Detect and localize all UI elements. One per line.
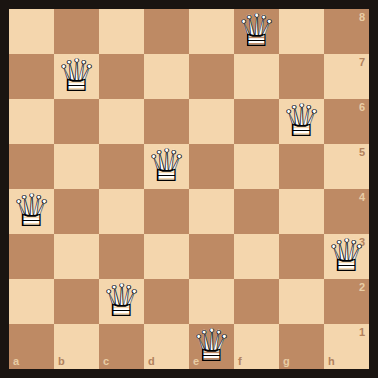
board-frame: ♛♕8♛♕7♛♕6♛♕5♛♕43♛♕♛♕2abcde♛♕fg1h bbox=[0, 0, 378, 378]
square-g1[interactable]: g bbox=[279, 324, 324, 369]
white-queen-outline-glyph: ♕ bbox=[236, 8, 276, 53]
file-label-d: d bbox=[148, 356, 155, 367]
white-queen-d5[interactable]: ♛♕ bbox=[144, 144, 189, 189]
square-c3[interactable] bbox=[99, 234, 144, 279]
square-h1[interactable]: 1h bbox=[324, 324, 369, 369]
square-h3[interactable]: 3♛♕ bbox=[324, 234, 369, 279]
square-c4[interactable] bbox=[99, 189, 144, 234]
square-f4[interactable] bbox=[234, 189, 279, 234]
square-a2[interactable] bbox=[9, 279, 54, 324]
rank-label-1: 1 bbox=[359, 327, 365, 338]
white-queen-outline-glyph: ♕ bbox=[281, 98, 321, 143]
rank-label-2: 2 bbox=[359, 282, 365, 293]
square-f3[interactable] bbox=[234, 234, 279, 279]
square-d7[interactable] bbox=[144, 54, 189, 99]
square-h8[interactable]: 8 bbox=[324, 9, 369, 54]
white-queen-outline-glyph: ♕ bbox=[146, 143, 186, 188]
square-e6[interactable] bbox=[189, 99, 234, 144]
rank-label-5: 5 bbox=[359, 147, 365, 158]
square-c5[interactable] bbox=[99, 144, 144, 189]
chess-board: ♛♕8♛♕7♛♕6♛♕5♛♕43♛♕♛♕2abcde♛♕fg1h bbox=[9, 9, 369, 369]
white-queen-h3[interactable]: ♛♕ bbox=[324, 234, 369, 279]
rank-label-4: 4 bbox=[359, 192, 365, 203]
square-d6[interactable] bbox=[144, 99, 189, 144]
file-label-g: g bbox=[283, 356, 290, 367]
square-a6[interactable] bbox=[9, 99, 54, 144]
square-e4[interactable] bbox=[189, 189, 234, 234]
white-queen-outline-glyph: ♕ bbox=[101, 278, 141, 323]
square-d2[interactable] bbox=[144, 279, 189, 324]
square-c2[interactable]: ♛♕ bbox=[99, 279, 144, 324]
file-label-f: f bbox=[238, 356, 242, 367]
square-d8[interactable] bbox=[144, 9, 189, 54]
square-c6[interactable] bbox=[99, 99, 144, 144]
square-g4[interactable] bbox=[279, 189, 324, 234]
white-queen-outline-glyph: ♕ bbox=[191, 323, 231, 368]
square-a8[interactable] bbox=[9, 9, 54, 54]
square-b4[interactable] bbox=[54, 189, 99, 234]
square-c7[interactable] bbox=[99, 54, 144, 99]
square-c8[interactable] bbox=[99, 9, 144, 54]
square-g2[interactable] bbox=[279, 279, 324, 324]
square-b5[interactable] bbox=[54, 144, 99, 189]
rank-label-7: 7 bbox=[359, 57, 365, 68]
square-a3[interactable] bbox=[9, 234, 54, 279]
square-b7[interactable]: ♛♕ bbox=[54, 54, 99, 99]
square-g6[interactable]: ♛♕ bbox=[279, 99, 324, 144]
square-e7[interactable] bbox=[189, 54, 234, 99]
square-a4[interactable]: ♛♕ bbox=[9, 189, 54, 234]
square-h5[interactable]: 5 bbox=[324, 144, 369, 189]
rank-label-8: 8 bbox=[359, 12, 365, 23]
square-b8[interactable] bbox=[54, 9, 99, 54]
square-h4[interactable]: 4 bbox=[324, 189, 369, 234]
square-d1[interactable]: d bbox=[144, 324, 189, 369]
file-label-h: h bbox=[328, 356, 335, 367]
square-f5[interactable] bbox=[234, 144, 279, 189]
square-d5[interactable]: ♛♕ bbox=[144, 144, 189, 189]
square-f6[interactable] bbox=[234, 99, 279, 144]
square-f8[interactable]: ♛♕ bbox=[234, 9, 279, 54]
square-h2[interactable]: 2 bbox=[324, 279, 369, 324]
square-e2[interactable] bbox=[189, 279, 234, 324]
file-label-c: c bbox=[103, 356, 109, 367]
white-queen-f8[interactable]: ♛♕ bbox=[234, 9, 279, 54]
square-h7[interactable]: 7 bbox=[324, 54, 369, 99]
square-b2[interactable] bbox=[54, 279, 99, 324]
white-queen-b7[interactable]: ♛♕ bbox=[54, 54, 99, 99]
white-queen-c2[interactable]: ♛♕ bbox=[99, 279, 144, 324]
white-queen-g6[interactable]: ♛♕ bbox=[279, 99, 324, 144]
square-d3[interactable] bbox=[144, 234, 189, 279]
square-f7[interactable] bbox=[234, 54, 279, 99]
square-c1[interactable]: c bbox=[99, 324, 144, 369]
square-g3[interactable] bbox=[279, 234, 324, 279]
file-label-a: a bbox=[13, 356, 19, 367]
square-a1[interactable]: a bbox=[9, 324, 54, 369]
square-e8[interactable] bbox=[189, 9, 234, 54]
square-a5[interactable] bbox=[9, 144, 54, 189]
square-g8[interactable] bbox=[279, 9, 324, 54]
white-queen-outline-glyph: ♕ bbox=[11, 188, 51, 233]
white-queen-outline-glyph: ♕ bbox=[326, 233, 366, 278]
square-h6[interactable]: 6 bbox=[324, 99, 369, 144]
file-label-b: b bbox=[58, 356, 65, 367]
rank-label-6: 6 bbox=[359, 102, 365, 113]
square-d4[interactable] bbox=[144, 189, 189, 234]
square-b6[interactable] bbox=[54, 99, 99, 144]
square-e1[interactable]: e♛♕ bbox=[189, 324, 234, 369]
square-g7[interactable] bbox=[279, 54, 324, 99]
square-b3[interactable] bbox=[54, 234, 99, 279]
square-g5[interactable] bbox=[279, 144, 324, 189]
white-queen-a4[interactable]: ♛♕ bbox=[9, 189, 54, 234]
square-a7[interactable] bbox=[9, 54, 54, 99]
square-f1[interactable]: f bbox=[234, 324, 279, 369]
white-queen-e1[interactable]: ♛♕ bbox=[189, 324, 234, 369]
square-b1[interactable]: b bbox=[54, 324, 99, 369]
square-f2[interactable] bbox=[234, 279, 279, 324]
white-queen-outline-glyph: ♕ bbox=[56, 53, 96, 98]
square-e5[interactable] bbox=[189, 144, 234, 189]
square-e3[interactable] bbox=[189, 234, 234, 279]
